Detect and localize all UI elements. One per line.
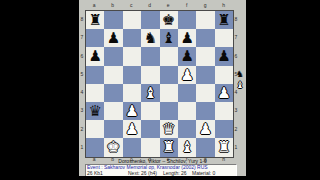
coord-label: b bbox=[104, 2, 123, 9]
square-c2[interactable]: ♟ bbox=[123, 120, 141, 138]
square-c4[interactable] bbox=[123, 84, 141, 102]
square-d3[interactable] bbox=[141, 102, 159, 120]
square-b5[interactable] bbox=[104, 66, 122, 84]
white-rook: ♜ bbox=[162, 138, 175, 156]
square-d7[interactable]: ♞ bbox=[141, 29, 159, 47]
square-e4[interactable] bbox=[160, 84, 178, 102]
square-b4[interactable] bbox=[104, 84, 122, 102]
square-g7[interactable] bbox=[196, 29, 214, 47]
coord-label: g bbox=[196, 2, 215, 9]
square-e2[interactable]: ♛ bbox=[160, 120, 178, 138]
square-a5[interactable] bbox=[86, 66, 104, 84]
white-pawn: ♟ bbox=[180, 66, 193, 84]
black-pawn: ♟ bbox=[88, 47, 101, 65]
square-a4[interactable] bbox=[86, 84, 104, 102]
square-h2[interactable] bbox=[215, 120, 233, 138]
square-e7[interactable]: ♝ bbox=[160, 29, 178, 47]
coord-label: c bbox=[122, 2, 141, 9]
black-pawn: ♟ bbox=[107, 29, 120, 47]
square-g6[interactable] bbox=[196, 47, 214, 65]
square-h6[interactable]: ♟ bbox=[215, 47, 233, 65]
square-e3[interactable] bbox=[160, 102, 178, 120]
square-b3[interactable] bbox=[104, 102, 122, 120]
square-g8[interactable] bbox=[196, 11, 214, 29]
square-f2[interactable] bbox=[178, 120, 196, 138]
square-b7[interactable]: ♟ bbox=[104, 29, 122, 47]
square-d6[interactable] bbox=[141, 47, 159, 65]
black-rook: ♜ bbox=[88, 11, 101, 29]
square-g5[interactable] bbox=[196, 66, 214, 84]
square-e6[interactable] bbox=[160, 47, 178, 65]
white-bishop: ♝ bbox=[144, 84, 157, 102]
square-h5[interactable] bbox=[215, 66, 233, 84]
white-king: ♚ bbox=[107, 138, 120, 156]
black-knight: ♞ bbox=[144, 29, 157, 47]
square-c5[interactable] bbox=[123, 66, 141, 84]
coord-label: h bbox=[215, 2, 234, 9]
square-f8[interactable] bbox=[178, 11, 196, 29]
square-f7[interactable]: ♟ bbox=[178, 29, 196, 47]
square-a3[interactable]: ♛ bbox=[86, 102, 104, 120]
black-knight-icon: ♞ bbox=[236, 69, 244, 80]
white-queen: ♛ bbox=[162, 120, 175, 138]
file-labels-top: abcdefgh bbox=[85, 2, 233, 9]
square-f3[interactable] bbox=[178, 102, 196, 120]
white-pawn: ♟ bbox=[125, 120, 138, 138]
square-h8[interactable]: ♜ bbox=[215, 11, 233, 29]
players-line: Doroshenko, Viktor -- Shchilov, Yury 1-0 bbox=[79, 159, 246, 164]
square-h7[interactable] bbox=[215, 29, 233, 47]
white-bishop: ♝ bbox=[180, 138, 193, 156]
white-bishop-icon: ♝ bbox=[236, 80, 244, 91]
square-a2[interactable] bbox=[86, 120, 104, 138]
square-b8[interactable] bbox=[104, 11, 122, 29]
square-a1[interactable] bbox=[86, 138, 104, 156]
square-g1[interactable] bbox=[196, 138, 214, 156]
chess-board[interactable]: ♜♚♜♟♞♝♟♟♟♟♟♝♟♛♟♟♛♟♚♜♝♜ bbox=[85, 10, 234, 158]
square-e5[interactable] bbox=[160, 66, 178, 84]
coord-label: e bbox=[159, 2, 178, 9]
white-pawn: ♟ bbox=[125, 102, 138, 120]
square-b2[interactable] bbox=[104, 120, 122, 138]
square-a8[interactable]: ♜ bbox=[86, 11, 104, 29]
coord-label: f bbox=[178, 2, 197, 9]
square-f1[interactable]: ♝ bbox=[178, 138, 196, 156]
square-d5[interactable] bbox=[141, 66, 159, 84]
square-d2[interactable] bbox=[141, 120, 159, 138]
square-a6[interactable]: ♟ bbox=[86, 47, 104, 65]
black-queen: ♛ bbox=[88, 102, 101, 120]
white-pawn: ♟ bbox=[199, 120, 212, 138]
square-e8[interactable]: ♚ bbox=[160, 11, 178, 29]
square-f6[interactable]: ♟ bbox=[178, 47, 196, 65]
black-bishop: ♝ bbox=[162, 29, 175, 47]
black-pawn: ♟ bbox=[217, 47, 230, 65]
square-b6[interactable] bbox=[104, 47, 122, 65]
coord-label: d bbox=[141, 2, 160, 9]
square-c6[interactable] bbox=[123, 47, 141, 65]
square-g2[interactable]: ♟ bbox=[196, 120, 214, 138]
square-d4[interactable]: ♝ bbox=[141, 84, 159, 102]
coord-label: a bbox=[85, 2, 104, 9]
black-pawn: ♟ bbox=[180, 29, 193, 47]
white-rook: ♜ bbox=[217, 138, 230, 156]
square-c1[interactable] bbox=[123, 138, 141, 156]
material-tray: ♞ ♝ bbox=[235, 69, 245, 91]
app-window: abcdefgh abcdefgh 87654321 87654321 ♜♚♜♟… bbox=[0, 0, 320, 180]
square-b1[interactable]: ♚ bbox=[104, 138, 122, 156]
square-a7[interactable] bbox=[86, 29, 104, 47]
square-f5[interactable]: ♟ bbox=[178, 66, 196, 84]
square-c7[interactable] bbox=[123, 29, 141, 47]
white-pawn: ♟ bbox=[217, 84, 230, 102]
square-c8[interactable] bbox=[123, 11, 141, 29]
black-pawn: ♟ bbox=[180, 47, 193, 65]
square-h1[interactable]: ♜ bbox=[215, 138, 233, 156]
square-d1[interactable] bbox=[141, 138, 159, 156]
bottom-letterbox bbox=[0, 176, 320, 180]
square-c3[interactable]: ♟ bbox=[123, 102, 141, 120]
square-g3[interactable] bbox=[196, 102, 214, 120]
square-d8[interactable] bbox=[141, 11, 159, 29]
square-f4[interactable] bbox=[178, 84, 196, 102]
square-e1[interactable]: ♜ bbox=[160, 138, 178, 156]
black-king: ♚ bbox=[162, 11, 175, 29]
black-rook: ♜ bbox=[217, 11, 230, 29]
square-g4[interactable] bbox=[196, 84, 214, 102]
square-h4[interactable]: ♟ bbox=[215, 84, 233, 102]
square-h3[interactable] bbox=[215, 102, 233, 120]
